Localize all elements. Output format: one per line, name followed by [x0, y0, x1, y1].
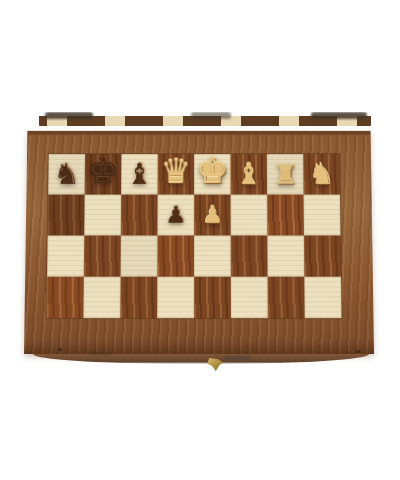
board-frame: ♞♚♝♛♚♝♜♞♟♟: [24, 131, 374, 354]
square-d7: ♟: [157, 195, 194, 236]
square-f5: [231, 277, 268, 319]
square-d5: [157, 277, 194, 319]
square-a7: [48, 195, 85, 236]
square-b8: ♚: [85, 154, 122, 195]
square-d8: ♛: [158, 154, 195, 195]
square-g8: ♜: [267, 154, 304, 195]
product-photo-chess-set: ♞♚♝♛♚♝♜♞♟♟: [0, 0, 400, 480]
piece-light-knight: ♞: [308, 160, 335, 189]
square-b6: [84, 235, 121, 276]
square-g7: [267, 195, 304, 236]
piece-dark-pawn: ♟: [165, 203, 186, 226]
square-h6: [304, 235, 341, 276]
square-e5: [194, 277, 231, 319]
square-c6: [121, 235, 158, 276]
square-h5: [304, 277, 341, 319]
square-f6: [231, 235, 268, 276]
edge-square-light: [279, 116, 299, 126]
square-d6: [157, 235, 194, 276]
folded-board-edge: [39, 112, 371, 126]
edge-square-light: [163, 116, 183, 126]
square-a8: ♞: [48, 154, 85, 195]
corner-foot-left: [58, 348, 62, 351]
square-h7: [304, 195, 341, 236]
edge-square-light: [105, 116, 125, 126]
brass-clasp-icon: [207, 358, 223, 371]
edge-smudge: [90, 352, 112, 355]
square-b5: [83, 277, 120, 319]
corner-foot-right: [356, 350, 361, 353]
chess-board: ♞♚♝♛♚♝♜♞♟♟: [46, 154, 341, 318]
square-e7: ♟: [194, 195, 231, 236]
piece-dark-bishop: ♝: [126, 160, 153, 189]
edge-square-dark: [125, 116, 163, 126]
piece-light-bishop: ♝: [235, 160, 262, 189]
right-hinge-icon: [311, 112, 367, 119]
square-f8: ♝: [230, 154, 267, 195]
square-c5: [120, 277, 157, 319]
center-hinge-icon: [191, 112, 231, 119]
piece-light-rook: ♜: [273, 162, 298, 189]
square-a6: [47, 235, 84, 276]
square-g5: [268, 277, 305, 319]
square-f7: [231, 195, 268, 236]
square-c7: [121, 195, 158, 236]
square-b7: [84, 195, 121, 236]
piece-light-queen: ♛: [160, 155, 191, 189]
piece-dark-king: ♚: [87, 153, 120, 189]
piece-dark-knight: ♞: [53, 160, 80, 189]
square-c8: ♝: [121, 154, 158, 195]
square-e6: [194, 235, 231, 276]
edge-square-dark: [241, 116, 279, 126]
square-h8: ♞: [303, 154, 340, 195]
square-e8: ♚: [194, 154, 230, 195]
piece-light-king: ♚: [196, 153, 229, 189]
piece-light-pawn: ♟: [202, 203, 223, 226]
chess-box: ♞♚♝♛♚♝♜♞♟♟: [24, 112, 378, 364]
square-a5: [46, 277, 83, 319]
square-g6: [267, 235, 304, 276]
left-hinge-icon: [45, 112, 93, 119]
box-side-edge: [33, 354, 369, 364]
clasp-shadow: [225, 356, 251, 360]
